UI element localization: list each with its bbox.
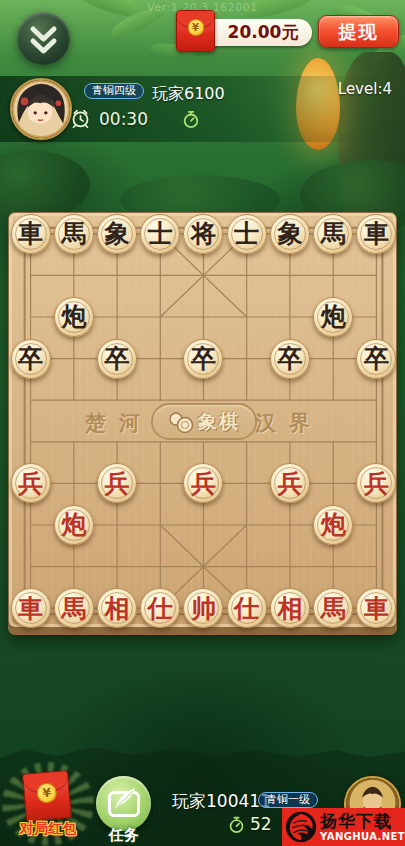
- piece-black-advisor[interactable]: 士: [140, 214, 180, 254]
- piece-black-elephant[interactable]: 象: [270, 214, 310, 254]
- piece-character: 兵: [105, 471, 130, 496]
- piece-black-soldier[interactable]: 卒: [97, 339, 137, 379]
- player-counter-row: 52: [228, 814, 272, 834]
- task-label: 任务: [98, 826, 149, 845]
- match-red-packet-button[interactable]: ¥: [22, 770, 72, 822]
- piece-character: 士: [234, 221, 259, 246]
- piece-red-elephant[interactable]: 相: [97, 588, 137, 628]
- piece-red-elephant[interactable]: 相: [270, 588, 310, 628]
- coin-icon: ¥: [187, 19, 204, 36]
- watermark-logo-icon: [284, 809, 318, 845]
- red-envelope-icon: ¥: [176, 10, 215, 52]
- piece-character: 炮: [61, 304, 86, 329]
- chevron-down-icon: [17, 12, 70, 65]
- piece-red-cannon[interactable]: 炮: [54, 505, 94, 545]
- piece-character: 車: [364, 221, 389, 246]
- withdraw-button[interactable]: 提现: [318, 15, 399, 48]
- piece-character: 炮: [321, 304, 346, 329]
- player-rank-badge: 青铜一级: [258, 792, 318, 808]
- piece-character: 卒: [364, 346, 389, 371]
- piece-black-soldier[interactable]: 卒: [183, 339, 223, 379]
- piece-black-soldier[interactable]: 卒: [11, 339, 51, 379]
- piece-black-elephant[interactable]: 象: [97, 214, 137, 254]
- balance-pill: 20.00元: [198, 19, 312, 46]
- player-name: 玩家100411: [172, 790, 271, 813]
- piece-red-horse[interactable]: 馬: [313, 588, 353, 628]
- piece-red-chariot[interactable]: 車: [356, 588, 396, 628]
- piece-character: 卒: [105, 346, 130, 371]
- piece-character: 卒: [191, 346, 216, 371]
- piece-red-soldier[interactable]: 兵: [97, 463, 137, 503]
- back-button[interactable]: [17, 12, 70, 65]
- board-grid: 車馬象士将士象馬車炮炮卒卒卒卒卒兵兵兵兵兵炮炮車馬相仕帅仕相馬車: [9, 213, 398, 629]
- level-label: Level:4: [0, 80, 392, 98]
- piece-red-chariot[interactable]: 車: [11, 588, 51, 628]
- piece-character: 士: [148, 221, 173, 246]
- bush-decor: [0, 150, 90, 220]
- piece-black-horse[interactable]: 馬: [54, 214, 94, 254]
- piece-character: 車: [364, 596, 389, 621]
- piece-character: 馬: [321, 221, 346, 246]
- piece-character: 相: [105, 596, 130, 621]
- watermark-title: 扬华下载: [320, 813, 405, 830]
- piece-black-soldier[interactable]: 卒: [270, 339, 310, 379]
- piece-character: 馬: [61, 596, 86, 621]
- piece-character: 馬: [61, 221, 86, 246]
- opponent-timer: 00:30: [99, 109, 148, 129]
- piece-black-general[interactable]: 将: [183, 214, 223, 254]
- piece-character: 兵: [18, 471, 43, 496]
- piece-character: 将: [191, 221, 216, 246]
- balance-amount: 20.00元: [228, 21, 299, 44]
- watermark-text: 扬华下载 YANGHUA.NET: [320, 813, 405, 842]
- match-red-packet-label: 对局红包: [6, 820, 90, 838]
- piece-character: 象: [105, 221, 130, 246]
- piece-red-advisor[interactable]: 仕: [140, 588, 180, 628]
- opponent-timer-row: 00:30: [70, 108, 200, 129]
- piece-character: 兵: [191, 471, 216, 496]
- piece-character: 炮: [321, 512, 346, 537]
- feather-icon: [109, 785, 139, 811]
- piece-black-cannon[interactable]: 炮: [54, 297, 94, 337]
- piece-character: 車: [18, 596, 43, 621]
- piece-character: 卒: [277, 346, 302, 371]
- xiangqi-board: 楚河 汉界 象棋 車馬象士将士象馬車炮炮卒卒卒卒卒兵兵兵兵兵炮炮車馬相仕帅仕相馬…: [8, 212, 397, 628]
- piece-character: 仕: [148, 596, 173, 621]
- piece-character: 卒: [18, 346, 43, 371]
- piece-red-advisor[interactable]: 仕: [227, 588, 267, 628]
- piece-character: 馬: [321, 596, 346, 621]
- piece-character: 兵: [277, 471, 302, 496]
- piece-red-soldier[interactable]: 兵: [270, 463, 310, 503]
- task-board-icon: [108, 791, 140, 817]
- piece-character: 仕: [234, 596, 259, 621]
- watermark-domain: YANGHUA.NET: [320, 832, 405, 842]
- stopwatch-icon: [182, 109, 200, 129]
- piece-black-chariot[interactable]: 車: [11, 214, 51, 254]
- piece-black-cannon[interactable]: 炮: [313, 297, 353, 337]
- piece-red-cannon[interactable]: 炮: [313, 505, 353, 545]
- piece-character: 象: [277, 221, 302, 246]
- piece-red-soldier[interactable]: 兵: [356, 463, 396, 503]
- piece-character: 車: [18, 221, 43, 246]
- piece-black-horse[interactable]: 馬: [313, 214, 353, 254]
- piece-black-advisor[interactable]: 士: [227, 214, 267, 254]
- piece-red-horse[interactable]: 馬: [54, 588, 94, 628]
- stopwatch-icon: [228, 815, 245, 834]
- piece-character: 相: [277, 596, 302, 621]
- game-screen: Ver:1.20.3.162001 20.00元 ¥ 提现: [0, 0, 405, 846]
- piece-black-soldier[interactable]: 卒: [356, 339, 396, 379]
- piece-black-chariot[interactable]: 車: [356, 214, 396, 254]
- player-counter: 52: [250, 814, 272, 834]
- piece-character: 炮: [61, 512, 86, 537]
- alarm-clock-icon: [70, 108, 91, 129]
- piece-character: 帅: [191, 596, 216, 621]
- piece-red-soldier[interactable]: 兵: [183, 463, 223, 503]
- task-button[interactable]: [96, 776, 151, 831]
- coin-icon: ¥: [36, 782, 58, 804]
- piece-red-general[interactable]: 帅: [183, 588, 223, 628]
- piece-character: 兵: [364, 471, 389, 496]
- watermark-banner: 扬华下载 YANGHUA.NET: [282, 808, 405, 846]
- piece-red-soldier[interactable]: 兵: [11, 463, 51, 503]
